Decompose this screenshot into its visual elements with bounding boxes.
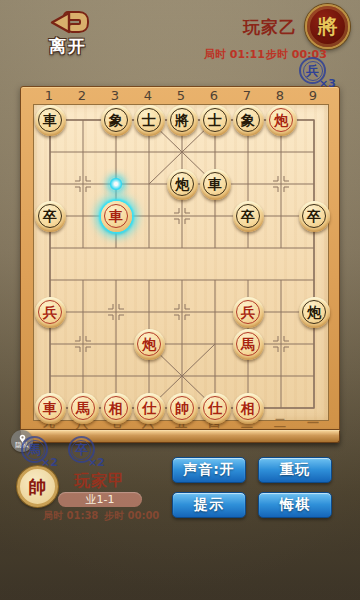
piece-black-車[interactable]: 車: [200, 169, 231, 200]
piece-red-炮[interactable]: 炮: [266, 105, 297, 136]
piece-black-象[interactable]: 象: [101, 105, 132, 136]
piece-red-仕[interactable]: 仕: [200, 393, 231, 424]
piece-black-士[interactable]: 士: [200, 105, 231, 136]
player-move-timer: 步时 00:00: [104, 509, 159, 523]
piece-red-相[interactable]: 相: [101, 393, 132, 424]
player-avatar[interactable]: 帥: [17, 466, 58, 507]
board-grid: [34, 105, 330, 422]
piece-red-兵[interactable]: 兵: [35, 297, 66, 328]
back-arrow-icon: [45, 7, 91, 37]
piece-black-炮[interactable]: 炮: [167, 169, 198, 200]
player-name: 玩家甲: [74, 471, 125, 492]
piece-black-卒[interactable]: 卒: [299, 201, 330, 232]
player-level-badge: 业1-1: [58, 492, 142, 507]
piece-red-帥[interactable]: 帥: [167, 393, 198, 424]
piece-black-卒[interactable]: 卒: [35, 201, 66, 232]
undo-button[interactable]: 悔棋: [258, 492, 332, 518]
piece-black-將[interactable]: 將: [167, 105, 198, 136]
player-avatar-char: 帥: [29, 475, 47, 499]
piece-red-馬[interactable]: 馬: [233, 329, 264, 360]
hint-button[interactable]: 提示: [172, 492, 246, 518]
leave-button[interactable]: 离开: [40, 7, 96, 58]
captured-piece-卒: 卒×2: [68, 436, 105, 463]
replay-button[interactable]: 重玩: [258, 457, 332, 483]
piece-black-車[interactable]: 車: [35, 105, 66, 136]
opponent-name: 玩家乙: [243, 16, 297, 39]
opponent-game-timer: 局时 01:11: [204, 47, 265, 62]
game-screen: 离开 玩家乙 將 局时 01:11 步时 00:03 兵×3 123456789…: [0, 0, 360, 600]
player-captured-pieces: 馬×2卒×2: [21, 436, 105, 463]
captured-piece-馬: 馬×2: [21, 436, 58, 463]
piece-red-炮[interactable]: 炮: [134, 329, 165, 360]
player-game-timer: 局时 01:38: [43, 509, 98, 523]
piece-red-相[interactable]: 相: [233, 393, 264, 424]
piece-red-馬[interactable]: 馬: [68, 393, 99, 424]
piece-red-車-selected[interactable]: 車: [101, 201, 132, 232]
piece-black-士[interactable]: 士: [134, 105, 165, 136]
piece-red-車[interactable]: 車: [35, 393, 66, 424]
leave-label: 离开: [40, 35, 96, 58]
piece-black-卒[interactable]: 卒: [233, 201, 264, 232]
piece-black-象[interactable]: 象: [233, 105, 264, 136]
piece-red-兵[interactable]: 兵: [233, 297, 264, 328]
opponent-avatar[interactable]: 將: [305, 4, 350, 49]
sound-toggle-button[interactable]: 声音:开: [172, 457, 246, 483]
piece-black-炮[interactable]: 炮: [299, 297, 330, 328]
xiangqi-board[interactable]: 123456789 車象士將士象炮炮車卒車卒卒兵兵炮炮馬車馬相仕帥仕相 九八七六…: [20, 86, 340, 430]
board-play-area[interactable]: 車象士將士象炮炮車卒車卒卒兵兵炮炮馬車馬相仕帥仕相: [33, 104, 329, 421]
piece-red-仕[interactable]: 仕: [134, 393, 165, 424]
opponent-avatar-char: 將: [318, 13, 338, 40]
opponent-captured-pieces: 兵×3: [299, 57, 336, 84]
captured-piece-兵: 兵×3: [299, 57, 336, 84]
last-move-origin-dot: [109, 177, 123, 191]
